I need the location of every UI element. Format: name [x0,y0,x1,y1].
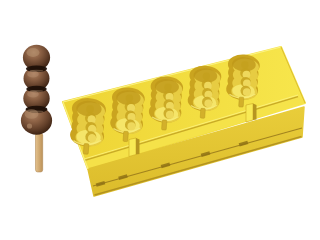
chocolate-pop [21,45,52,172]
product-photo [0,0,320,240]
photo-canvas [0,0,320,240]
support-tab-2 [246,104,257,123]
pop-stick [36,133,43,172]
support-tab-1 [129,138,140,157]
mould [63,47,305,196]
